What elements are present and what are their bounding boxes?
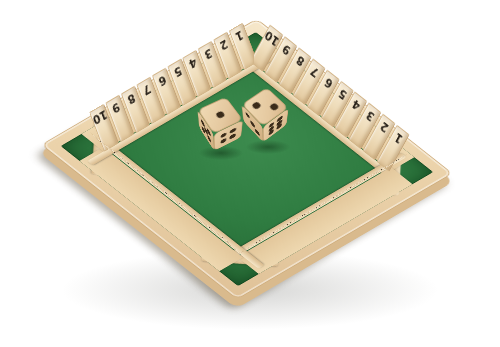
tile-number: 1 bbox=[392, 131, 404, 147]
die-pip bbox=[230, 133, 236, 139]
tile-number: 9 bbox=[110, 100, 121, 116]
shut-the-box-product-photo: 10987654321 10987654321 10987654321 bbox=[0, 0, 500, 347]
tile-number: 8 bbox=[294, 53, 306, 69]
tile-number: 2 bbox=[218, 37, 229, 53]
die-pip bbox=[250, 120, 254, 128]
tile-number: 4 bbox=[350, 97, 362, 113]
die-pip bbox=[245, 111, 250, 119]
die-pip bbox=[220, 138, 226, 144]
die-pip bbox=[215, 111, 224, 119]
tile-number: 5 bbox=[336, 86, 348, 102]
tile-number: 1 bbox=[234, 28, 245, 44]
tile-number: 3 bbox=[364, 109, 376, 125]
die-1-slot bbox=[204, 108, 236, 140]
tile-number: 6 bbox=[322, 75, 334, 91]
tile-number: 4 bbox=[188, 55, 199, 71]
tile-number: 3 bbox=[203, 46, 214, 62]
die-1[interactable] bbox=[205, 108, 234, 139]
die-shadow bbox=[246, 140, 290, 154]
tile-number: 2 bbox=[378, 120, 390, 136]
tile-number: 7 bbox=[141, 82, 152, 98]
die-pip bbox=[269, 103, 279, 111]
tile-number: 10 bbox=[91, 108, 109, 128]
die-2-slot bbox=[249, 99, 281, 131]
tile-number: 5 bbox=[172, 64, 183, 80]
tile-number: 6 bbox=[157, 73, 168, 89]
tile-number: 8 bbox=[126, 91, 137, 107]
die-pip bbox=[255, 128, 259, 136]
die-shadow bbox=[199, 146, 243, 160]
tile-number: 7 bbox=[308, 64, 320, 80]
die-pip bbox=[251, 101, 261, 109]
die-2[interactable] bbox=[252, 97, 278, 131]
